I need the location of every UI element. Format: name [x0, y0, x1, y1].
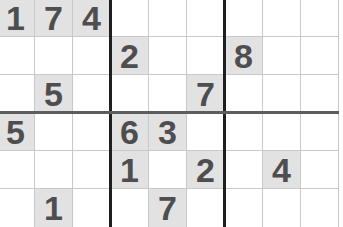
cell-r6c1[interactable] — [0, 189, 35, 227]
cell-r3c4[interactable] — [111, 75, 149, 113]
cell-r6c9[interactable] — [301, 189, 339, 227]
cell-r1c1[interactable]: 1 — [0, 0, 35, 37]
cell-r5c2[interactable] — [35, 151, 73, 189]
cell-r2c7[interactable]: 8 — [225, 37, 263, 75]
cell-r5c9[interactable] — [301, 151, 339, 189]
cell-r4c1[interactable]: 5 — [0, 113, 35, 151]
cell-r3c2[interactable]: 5 — [35, 75, 73, 113]
cell-r1c2[interactable]: 7 — [35, 0, 73, 37]
cell-r2c2[interactable] — [35, 37, 73, 75]
cell-r4c5[interactable]: 3 — [149, 113, 187, 151]
cell-r5c5[interactable] — [149, 151, 187, 189]
cell-r2c6[interactable] — [187, 37, 225, 75]
cell-r5c3[interactable] — [73, 151, 111, 189]
cell-r6c5[interactable]: 7 — [149, 189, 187, 227]
cell-r1c8[interactable] — [263, 0, 301, 37]
sudoku-board: 174285756312417 — [0, 0, 339, 227]
cell-r6c3[interactable] — [73, 189, 111, 227]
cell-r5c1[interactable] — [0, 151, 35, 189]
cell-r2c1[interactable] — [0, 37, 35, 75]
cell-r4c4[interactable]: 6 — [111, 113, 149, 151]
cell-r3c7[interactable] — [225, 75, 263, 113]
cell-r1c9[interactable] — [301, 0, 339, 37]
cell-r2c8[interactable] — [263, 37, 301, 75]
cell-r3c6[interactable]: 7 — [187, 75, 225, 113]
cell-r5c6[interactable]: 2 — [187, 151, 225, 189]
cell-r3c1[interactable] — [0, 75, 35, 113]
cell-r2c9[interactable] — [301, 37, 339, 75]
cell-r4c7[interactable] — [225, 113, 263, 151]
cell-r2c4[interactable]: 2 — [111, 37, 149, 75]
cell-r2c5[interactable] — [149, 37, 187, 75]
cell-r5c7[interactable] — [225, 151, 263, 189]
cell-r3c5[interactable] — [149, 75, 187, 113]
cell-r1c6[interactable] — [187, 0, 225, 37]
cell-r3c8[interactable] — [263, 75, 301, 113]
cell-r6c7[interactable] — [225, 189, 263, 227]
cell-r6c2[interactable]: 1 — [35, 189, 73, 227]
cell-r5c8[interactable]: 4 — [263, 151, 301, 189]
cell-r2c3[interactable] — [73, 37, 111, 75]
cell-r1c4[interactable] — [111, 0, 149, 37]
cell-r6c4[interactable] — [111, 189, 149, 227]
cell-r1c3[interactable]: 4 — [73, 0, 111, 37]
cell-r1c7[interactable] — [225, 0, 263, 37]
cell-r1c5[interactable] — [149, 0, 187, 37]
cell-r6c8[interactable] — [263, 189, 301, 227]
cell-r3c9[interactable] — [301, 75, 339, 113]
cell-r4c9[interactable] — [301, 113, 339, 151]
cell-r4c8[interactable] — [263, 113, 301, 151]
cell-r4c2[interactable] — [35, 113, 73, 151]
cell-r5c4[interactable]: 1 — [111, 151, 149, 189]
cell-r4c6[interactable] — [187, 113, 225, 151]
cell-r3c3[interactable] — [73, 75, 111, 113]
cell-r6c6[interactable] — [187, 189, 225, 227]
cell-r4c3[interactable] — [73, 113, 111, 151]
